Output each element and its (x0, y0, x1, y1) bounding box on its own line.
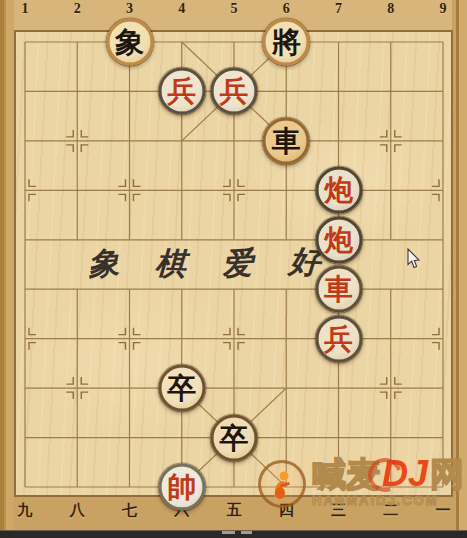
file-label-bottom: 七 (110, 502, 150, 519)
file-numbers-top: 1 2 3 4 5 6 7 8 9 (5, 0, 463, 17)
piece-red-cannon[interactable]: 炮 (315, 216, 362, 263)
cutoff-subtitle-fragment (241, 531, 252, 534)
piece-black-general[interactable]: 將 (263, 19, 310, 66)
file-label-bottom: 五 (214, 502, 254, 519)
file-label-top: 4 (162, 0, 202, 17)
file-label-top: 8 (371, 0, 411, 17)
piece-red-general[interactable]: 帥 (158, 463, 205, 510)
file-label-bottom: 四 (266, 502, 306, 519)
cutoff-subtitle-fragment (222, 531, 235, 534)
xiangqi-game-screen: 1 2 3 4 5 6 7 8 9 九 八 七 六 五 四 三 二 一 象 棋 … (0, 0, 467, 538)
piece-black-soldier[interactable]: 卒 (211, 414, 258, 461)
piece-red-soldier[interactable]: 兵 (315, 315, 362, 362)
piece-glyph: 帥 (167, 472, 196, 501)
piece-glyph: 卒 (220, 423, 249, 452)
file-label-bottom: 九 (5, 502, 45, 519)
file-label-bottom: 八 (57, 502, 97, 519)
piece-glyph: 兵 (324, 324, 353, 353)
file-label-top: 2 (57, 0, 97, 17)
file-label-bottom: 二 (371, 502, 411, 519)
file-label-top: 3 (110, 0, 150, 17)
file-numbers-bottom: 九 八 七 六 五 四 三 二 一 (5, 502, 463, 519)
piece-glyph: 象 (115, 28, 144, 57)
piece-glyph: 車 (272, 126, 301, 155)
piece-black-elephant[interactable]: 象 (106, 19, 153, 66)
piece-black-chariot[interactable]: 車 (263, 117, 310, 164)
file-label-top: 1 (5, 0, 45, 17)
piece-glyph: 車 (324, 275, 353, 304)
file-label-top: 9 (423, 0, 463, 17)
piece-glyph: 炮 (324, 176, 353, 205)
piece-red-soldier[interactable]: 兵 (211, 68, 258, 115)
piece-red-chariot[interactable]: 車 (315, 266, 362, 313)
file-label-top: 5 (214, 0, 254, 17)
file-label-bottom: 一 (423, 502, 463, 519)
file-label-top: 6 (266, 0, 306, 17)
piece-glyph: 炮 (324, 225, 353, 254)
piece-glyph: 卒 (167, 374, 196, 403)
piece-black-soldier[interactable]: 卒 (158, 365, 205, 412)
piece-glyph: 兵 (167, 77, 196, 106)
piece-red-soldier[interactable]: 兵 (158, 68, 205, 115)
file-label-top: 7 (319, 0, 359, 17)
file-label-bottom: 三 (319, 502, 359, 519)
piece-glyph: 將 (272, 28, 301, 57)
piece-red-cannon[interactable]: 炮 (315, 167, 362, 214)
video-bottom-bar (0, 530, 467, 538)
piece-glyph: 兵 (220, 77, 249, 106)
